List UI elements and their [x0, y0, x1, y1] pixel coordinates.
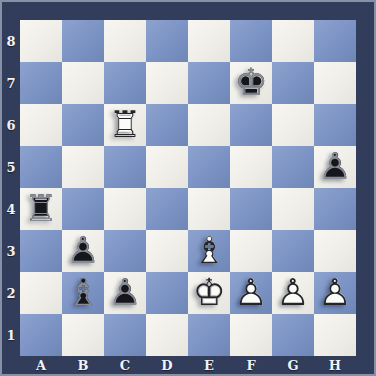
square-b7[interactable]	[62, 62, 104, 104]
file-label-e: E	[188, 356, 230, 374]
piece-outline-layer: ♖	[20, 188, 62, 230]
black-rook[interactable]: ♜♖	[20, 188, 62, 230]
piece-outline-layer: ♙	[314, 146, 356, 188]
square-b3[interactable]: ♟♙	[62, 230, 104, 272]
piece-outline-layer: ♖	[104, 104, 146, 146]
rank-label-1: 1	[2, 314, 20, 356]
black-pawn[interactable]: ♟♙	[104, 272, 146, 314]
square-b8[interactable]	[62, 20, 104, 62]
square-d1[interactable]	[146, 314, 188, 356]
file-label-d: D	[146, 356, 188, 374]
square-d5[interactable]	[146, 146, 188, 188]
file-label-a: A	[20, 356, 62, 374]
piece-outline-layer: ♙	[62, 230, 104, 272]
square-h5[interactable]: ♟♙	[314, 146, 356, 188]
piece-outline-layer: ♗	[188, 230, 230, 272]
square-a1[interactable]	[20, 314, 62, 356]
square-d6[interactable]	[146, 104, 188, 146]
square-c5[interactable]	[104, 146, 146, 188]
file-label-f: F	[230, 356, 272, 374]
piece-outline-layer: ♔	[230, 62, 272, 104]
square-g1[interactable]	[272, 314, 314, 356]
square-a8[interactable]	[20, 20, 62, 62]
square-c4[interactable]	[104, 188, 146, 230]
square-g8[interactable]	[272, 20, 314, 62]
file-label-c: C	[104, 356, 146, 374]
rank-label-5: 5	[2, 146, 20, 188]
square-a7[interactable]	[20, 62, 62, 104]
square-b6[interactable]	[62, 104, 104, 146]
square-b5[interactable]	[62, 146, 104, 188]
square-d4[interactable]	[146, 188, 188, 230]
square-h6[interactable]	[314, 104, 356, 146]
white-pawn[interactable]: ♟♙	[272, 272, 314, 314]
black-bishop[interactable]: ♝♗	[62, 272, 104, 314]
rank-label-8: 8	[2, 20, 20, 62]
square-e6[interactable]	[188, 104, 230, 146]
square-e7[interactable]	[188, 62, 230, 104]
square-h2[interactable]: ♟♙	[314, 272, 356, 314]
square-f5[interactable]	[230, 146, 272, 188]
black-pawn[interactable]: ♟♙	[62, 230, 104, 272]
piece-outline-layer: ♙	[104, 272, 146, 314]
square-e3[interactable]: ♝♗	[188, 230, 230, 272]
square-h4[interactable]	[314, 188, 356, 230]
rank-label-6: 6	[2, 104, 20, 146]
square-e1[interactable]	[188, 314, 230, 356]
square-c1[interactable]	[104, 314, 146, 356]
square-h3[interactable]	[314, 230, 356, 272]
white-bishop[interactable]: ♝♗	[188, 230, 230, 272]
square-f8[interactable]	[230, 20, 272, 62]
square-c6[interactable]: ♜♖	[104, 104, 146, 146]
rank-label-4: 4	[2, 188, 20, 230]
black-king[interactable]: ♚♔	[230, 62, 272, 104]
white-pawn[interactable]: ♟♙	[230, 272, 272, 314]
square-c8[interactable]	[104, 20, 146, 62]
chessboard: ♚♔♜♖♟♙♜♖♟♙♝♗♝♗♟♙♚♔♟♙♟♙♟♙	[20, 20, 356, 356]
square-c7[interactable]	[104, 62, 146, 104]
square-d2[interactable]	[146, 272, 188, 314]
rank-label-3: 3	[2, 230, 20, 272]
square-a6[interactable]	[20, 104, 62, 146]
square-f2[interactable]: ♟♙	[230, 272, 272, 314]
square-e4[interactable]	[188, 188, 230, 230]
square-a5[interactable]	[20, 146, 62, 188]
square-d7[interactable]	[146, 62, 188, 104]
square-a3[interactable]	[20, 230, 62, 272]
square-f3[interactable]	[230, 230, 272, 272]
square-d3[interactable]	[146, 230, 188, 272]
square-d8[interactable]	[146, 20, 188, 62]
black-pawn[interactable]: ♟♙	[314, 146, 356, 188]
square-e2[interactable]: ♚♔	[188, 272, 230, 314]
square-e5[interactable]	[188, 146, 230, 188]
file-label-b: B	[62, 356, 104, 374]
square-a4[interactable]: ♜♖	[20, 188, 62, 230]
piece-outline-layer: ♔	[188, 272, 230, 314]
piece-outline-layer: ♙	[230, 272, 272, 314]
square-h7[interactable]	[314, 62, 356, 104]
white-rook[interactable]: ♜♖	[104, 104, 146, 146]
square-c2[interactable]: ♟♙	[104, 272, 146, 314]
square-a2[interactable]	[20, 272, 62, 314]
square-g3[interactable]	[272, 230, 314, 272]
square-g4[interactable]	[272, 188, 314, 230]
square-g5[interactable]	[272, 146, 314, 188]
square-f6[interactable]	[230, 104, 272, 146]
file-label-g: G	[272, 356, 314, 374]
piece-outline-layer: ♗	[62, 272, 104, 314]
square-f4[interactable]	[230, 188, 272, 230]
square-g7[interactable]	[272, 62, 314, 104]
square-b4[interactable]	[62, 188, 104, 230]
rank-label-2: 2	[2, 272, 20, 314]
chessboard-frame: ♚♔♜♖♟♙♜♖♟♙♝♗♝♗♟♙♚♔♟♙♟♙♟♙ 87654321ABCDEFG…	[0, 0, 376, 376]
square-g6[interactable]	[272, 104, 314, 146]
file-label-h: H	[314, 356, 356, 374]
square-g2[interactable]: ♟♙	[272, 272, 314, 314]
square-h1[interactable]	[314, 314, 356, 356]
square-b2[interactable]: ♝♗	[62, 272, 104, 314]
square-e8[interactable]	[188, 20, 230, 62]
square-f1[interactable]	[230, 314, 272, 356]
square-h8[interactable]	[314, 20, 356, 62]
white-pawn[interactable]: ♟♙	[314, 272, 356, 314]
square-c3[interactable]	[104, 230, 146, 272]
square-b1[interactable]	[62, 314, 104, 356]
rank-label-7: 7	[2, 62, 20, 104]
square-f7[interactable]: ♚♔	[230, 62, 272, 104]
piece-outline-layer: ♙	[272, 272, 314, 314]
piece-outline-layer: ♙	[314, 272, 356, 314]
white-king[interactable]: ♚♔	[188, 272, 230, 314]
